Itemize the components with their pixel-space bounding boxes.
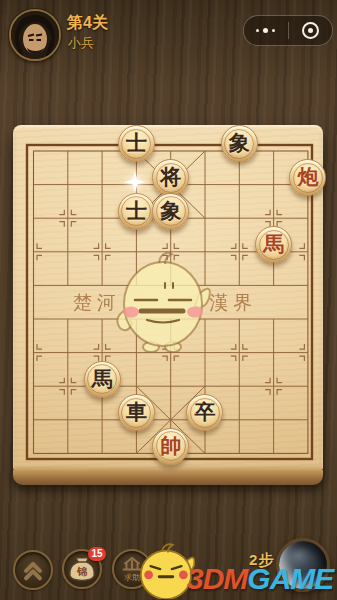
avatar[interactable] bbox=[9, 9, 61, 61]
pieces-layer: 士象将炮士象馬馬車卒帥 bbox=[16, 134, 325, 470]
more-dots-icon bbox=[272, 29, 275, 32]
sparkle-highlight-icon bbox=[122, 169, 148, 195]
piece-士-black[interactable]: 士 bbox=[118, 125, 155, 162]
more-dots-icon bbox=[263, 28, 268, 33]
more-dots-icon bbox=[256, 29, 259, 32]
help-button[interactable]: 求助 bbox=[112, 549, 152, 589]
piece-帥-red[interactable]: 帥 bbox=[152, 428, 189, 465]
steps-remaining-label: 2步 bbox=[249, 551, 274, 570]
arch-icon: 求助 bbox=[114, 551, 150, 587]
piece-卒-black[interactable]: 卒 bbox=[186, 394, 223, 431]
app-screen: 第4关 小兵 楚河 漢界 bbox=[0, 0, 337, 600]
wechat-capsule bbox=[243, 15, 333, 46]
hint-pouch-button[interactable]: 锦 15 bbox=[62, 549, 102, 589]
capsule-close-button[interactable] bbox=[289, 16, 333, 45]
hint-count-badge: 15 bbox=[88, 547, 106, 561]
player-rank-label: 小兵 bbox=[68, 34, 94, 52]
level-label: 第4关 bbox=[67, 13, 108, 34]
piece-象-black[interactable]: 象 bbox=[221, 125, 258, 162]
piece-馬-red[interactable]: 馬 bbox=[255, 226, 292, 263]
piece-炮-red[interactable]: 炮 bbox=[289, 159, 326, 196]
warrior-portrait-icon bbox=[11, 11, 59, 59]
dark-orb-button[interactable] bbox=[276, 538, 330, 592]
svg-text:锦: 锦 bbox=[76, 566, 87, 577]
more-options-button[interactable] bbox=[244, 16, 288, 45]
piece-将-black[interactable]: 将 bbox=[152, 159, 189, 196]
circle-dot-icon bbox=[302, 22, 319, 39]
svg-text:求助: 求助 bbox=[123, 573, 140, 582]
menu-button[interactable] bbox=[13, 550, 53, 590]
piece-車-black[interactable]: 車 bbox=[118, 394, 155, 431]
piece-馬-black[interactable]: 馬 bbox=[84, 361, 121, 398]
piece-士-black[interactable]: 士 bbox=[118, 193, 155, 230]
piece-象-black[interactable]: 象 bbox=[152, 193, 189, 230]
double-chevron-up-icon bbox=[15, 552, 51, 588]
